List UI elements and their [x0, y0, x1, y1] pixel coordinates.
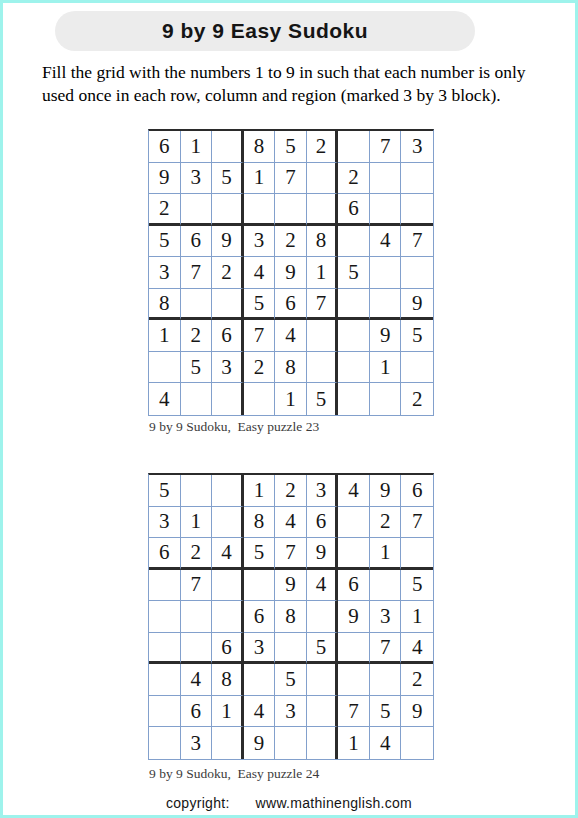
sudoku-cell [370, 289, 402, 321]
sudoku-cell [181, 601, 213, 633]
sudoku-cell: 2 [149, 194, 181, 226]
sudoku-cell: 8 [244, 507, 276, 539]
sudoku-cell: 5 [244, 538, 276, 570]
sudoku-cell: 8 [275, 352, 307, 384]
sudoku-cell: 7 [370, 131, 402, 163]
sudoku-cell: 7 [275, 163, 307, 195]
sudoku-cell: 6 [244, 601, 276, 633]
sudoku-cell: 5 [275, 664, 307, 696]
sudoku-cell [401, 257, 433, 289]
sudoku-cell [338, 289, 370, 321]
sudoku-cell: 6 [149, 131, 181, 163]
sudoku-cell: 4 [275, 507, 307, 539]
sudoku-cell: 7 [244, 320, 276, 352]
sudoku-cell: 1 [181, 131, 213, 163]
puzzle-2-caption: 9 by 9 Sudoku, Easy puzzle 24 [149, 766, 319, 782]
sudoku-cell: 9 [275, 570, 307, 602]
sudoku-cell [181, 194, 213, 226]
sudoku-cell: 3 [370, 601, 402, 633]
sudoku-cell [338, 633, 370, 665]
puzzle-1-caption: 9 by 9 Sudoku, Easy puzzle 23 [149, 419, 319, 435]
sudoku-cell: 8 [307, 226, 339, 258]
instructions-text: Fill the grid with the numbers 1 to 9 in… [42, 61, 558, 107]
sudoku-cell [307, 320, 339, 352]
sudoku-cell: 3 [244, 226, 276, 258]
sudoku-cell [212, 570, 244, 602]
sudoku-cell: 7 [401, 507, 433, 539]
sudoku-cell: 6 [275, 289, 307, 321]
sudoku-cell: 9 [307, 538, 339, 570]
sudoku-cell [212, 131, 244, 163]
sudoku-cell [149, 601, 181, 633]
sudoku-cell [149, 570, 181, 602]
sudoku-cell [149, 727, 181, 759]
sudoku-cell: 5 [307, 633, 339, 665]
sudoku-cell [149, 352, 181, 384]
footer: copyright:www.mathinenglish.com [3, 795, 575, 811]
sudoku-cell: 5 [338, 257, 370, 289]
sudoku-cell: 6 [338, 194, 370, 226]
sudoku-cell: 5 [149, 226, 181, 258]
sudoku-cell: 2 [370, 507, 402, 539]
sudoku-cell: 8 [212, 664, 244, 696]
sudoku-cell: 2 [181, 320, 213, 352]
sudoku-cell [212, 475, 244, 507]
sudoku-cell: 7 [181, 570, 213, 602]
sudoku-cell [149, 696, 181, 728]
sudoku-cell: 2 [275, 475, 307, 507]
sudoku-cell [401, 163, 433, 195]
sudoku-cell: 9 [370, 320, 402, 352]
sudoku-cell: 7 [401, 226, 433, 258]
sudoku-cell: 7 [181, 257, 213, 289]
sudoku-cell: 2 [244, 352, 276, 384]
sudoku-cell: 6 [181, 696, 213, 728]
sudoku-cell: 2 [275, 226, 307, 258]
sudoku-cell [212, 194, 244, 226]
website-text: www.mathinenglish.com [256, 795, 412, 811]
sudoku-cell: 6 [181, 226, 213, 258]
sudoku-cell: 2 [307, 131, 339, 163]
sudoku-cell: 5 [401, 320, 433, 352]
sudoku-cell [244, 570, 276, 602]
sudoku-cell: 4 [338, 475, 370, 507]
sudoku-cell: 9 [338, 601, 370, 633]
sudoku-grid-2: 5123496318462762457917946568931635744852… [148, 473, 434, 760]
sudoku-cell [338, 664, 370, 696]
sudoku-cell [212, 383, 244, 415]
sudoku-cell: 1 [149, 320, 181, 352]
sudoku-cell [244, 194, 276, 226]
sudoku-cell: 3 [307, 475, 339, 507]
sudoku-cell [370, 194, 402, 226]
sudoku-cell: 1 [212, 696, 244, 728]
sudoku-cell [307, 696, 339, 728]
sudoku-cell [338, 320, 370, 352]
sudoku-cell: 3 [149, 257, 181, 289]
sudoku-cell: 1 [275, 383, 307, 415]
sudoku-cell: 5 [181, 352, 213, 384]
sudoku-cell [307, 601, 339, 633]
sudoku-cell [338, 538, 370, 570]
sudoku-cell: 1 [338, 727, 370, 759]
sudoku-cell: 9 [401, 289, 433, 321]
sudoku-cell: 4 [181, 664, 213, 696]
sudoku-cell [275, 633, 307, 665]
sudoku-cell [338, 352, 370, 384]
sudoku-cell [370, 257, 402, 289]
sudoku-cell [212, 727, 244, 759]
sudoku-cell: 6 [338, 570, 370, 602]
sudoku-cell: 5 [401, 570, 433, 602]
sudoku-cell: 8 [275, 601, 307, 633]
sudoku-cell: 5 [307, 383, 339, 415]
sudoku-cell: 5 [370, 696, 402, 728]
sudoku-cell: 7 [275, 538, 307, 570]
sudoku-cell: 6 [401, 475, 433, 507]
page-title: 9 by 9 Easy Sudoku [162, 19, 368, 43]
sudoku-cell: 2 [181, 538, 213, 570]
sudoku-cell: 1 [401, 601, 433, 633]
sudoku-cell [338, 383, 370, 415]
sudoku-cell: 3 [181, 163, 213, 195]
sudoku-cell: 9 [370, 475, 402, 507]
sudoku-cell: 8 [244, 131, 276, 163]
sudoku-grid-1: 6185273935172265693284737249158567912674… [148, 129, 434, 416]
sudoku-cell: 1 [244, 163, 276, 195]
sudoku-cell [338, 507, 370, 539]
sudoku-cell: 4 [212, 538, 244, 570]
sudoku-cell [401, 194, 433, 226]
sudoku-cell: 4 [244, 696, 276, 728]
sudoku-cell: 2 [212, 257, 244, 289]
sudoku-cell: 6 [212, 633, 244, 665]
sudoku-cell [244, 383, 276, 415]
sudoku-cell [212, 507, 244, 539]
sudoku-cell: 4 [370, 226, 402, 258]
sudoku-cell: 2 [401, 383, 433, 415]
sudoku-cell: 2 [401, 664, 433, 696]
sudoku-cell [181, 289, 213, 321]
sudoku-cell: 5 [244, 289, 276, 321]
sudoku-cell: 4 [149, 383, 181, 415]
sudoku-cell: 5 [149, 475, 181, 507]
sudoku-cell [275, 727, 307, 759]
sudoku-cell [370, 383, 402, 415]
sudoku-cell: 9 [401, 696, 433, 728]
sudoku-cell: 4 [370, 727, 402, 759]
sudoku-cell: 3 [244, 633, 276, 665]
sudoku-cell: 1 [181, 507, 213, 539]
sudoku-cell: 4 [307, 570, 339, 602]
sudoku-cell [370, 664, 402, 696]
sudoku-cell [401, 352, 433, 384]
sudoku-cell [212, 601, 244, 633]
sudoku-cell [307, 163, 339, 195]
sudoku-cell [370, 163, 402, 195]
sudoku-cell [244, 664, 276, 696]
sudoku-cell [307, 352, 339, 384]
sudoku-cell [212, 289, 244, 321]
sudoku-cell: 9 [212, 226, 244, 258]
sudoku-cell: 7 [370, 633, 402, 665]
sudoku-cell: 5 [275, 131, 307, 163]
sudoku-cell: 5 [212, 163, 244, 195]
sudoku-cell: 6 [307, 507, 339, 539]
sudoku-cell [338, 226, 370, 258]
page-title-pill: 9 by 9 Easy Sudoku [55, 11, 475, 51]
sudoku-cell: 1 [307, 257, 339, 289]
sudoku-cell [401, 727, 433, 759]
sudoku-cell: 3 [181, 727, 213, 759]
sudoku-cell [307, 664, 339, 696]
sudoku-cell: 3 [149, 507, 181, 539]
sudoku-cell: 4 [275, 320, 307, 352]
sudoku-cell: 9 [244, 727, 276, 759]
sudoku-cell: 7 [338, 696, 370, 728]
sudoku-cell [181, 383, 213, 415]
sudoku-cell: 6 [212, 320, 244, 352]
sudoku-cell [275, 194, 307, 226]
sudoku-cell [307, 727, 339, 759]
sudoku-cell: 6 [149, 538, 181, 570]
sudoku-cell: 3 [275, 696, 307, 728]
sudoku-cell [149, 633, 181, 665]
sudoku-cell: 9 [275, 257, 307, 289]
sudoku-cell [181, 475, 213, 507]
sudoku-cell [401, 538, 433, 570]
sudoku-cell [370, 570, 402, 602]
sudoku-cell: 1 [244, 475, 276, 507]
sudoku-cell [338, 131, 370, 163]
sudoku-cell: 1 [370, 538, 402, 570]
sudoku-cell: 4 [401, 633, 433, 665]
sudoku-cell: 2 [338, 163, 370, 195]
sudoku-cell: 3 [212, 352, 244, 384]
copyright-label: copyright: [166, 795, 230, 811]
sudoku-cell: 1 [370, 352, 402, 384]
sudoku-cell: 4 [244, 257, 276, 289]
sudoku-cell [307, 194, 339, 226]
sudoku-cell [181, 633, 213, 665]
sudoku-cell: 3 [401, 131, 433, 163]
sudoku-cell [149, 664, 181, 696]
sudoku-cell: 7 [307, 289, 339, 321]
sudoku-cell: 8 [149, 289, 181, 321]
sudoku-cell: 9 [149, 163, 181, 195]
